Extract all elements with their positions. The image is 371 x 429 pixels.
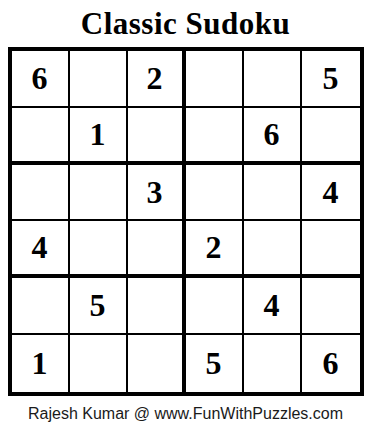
sudoku-cell-r3c4-empty[interactable] [186,165,244,222]
sudoku-cell-r4c5-empty[interactable] [244,221,302,278]
sudoku-cell-r1c4-empty[interactable] [186,51,244,108]
sudoku-cell-r4c3-empty[interactable] [128,221,186,278]
sudoku-cell-r5c1-empty[interactable] [12,278,70,335]
sudoku-cell-r1c1-given: 6 [12,51,70,108]
sudoku-cell-r4c6-empty[interactable] [302,221,360,278]
sudoku-cell-r6c5-empty[interactable] [244,335,302,392]
sudoku-cell-r2c2-given: 1 [70,108,128,165]
sudoku-board: 62516344254156 [8,47,364,396]
sudoku-cell-r3c6-given: 4 [302,165,360,222]
sudoku-cell-r3c3-given: 3 [128,165,186,222]
sudoku-cell-r3c1-empty[interactable] [12,165,70,222]
sudoku-cell-r6c4-given: 5 [186,335,244,392]
sudoku-cell-r3c2-empty[interactable] [70,165,128,222]
sudoku-cell-r5c5-given: 4 [244,278,302,335]
sudoku-cell-r4c4-given: 2 [186,221,244,278]
sudoku-cell-r4c2-empty[interactable] [70,221,128,278]
sudoku-cell-r6c1-given: 1 [12,335,70,392]
sudoku-cell-r2c3-empty[interactable] [128,108,186,165]
sudoku-cell-r1c2-empty[interactable] [70,51,128,108]
sudoku-cell-r1c6-given: 5 [302,51,360,108]
sudoku-cell-r5c3-empty[interactable] [128,278,186,335]
credit-caption: Rajesh Kumar @ www.FunWithPuzzles.com [0,405,371,423]
sudoku-cell-r2c4-empty[interactable] [186,108,244,165]
sudoku-cell-r5c6-empty[interactable] [302,278,360,335]
sudoku-cell-r3c5-empty[interactable] [244,165,302,222]
sudoku-puzzle-page: Classic Sudoku 62516344254156 Rajesh Kum… [0,0,371,429]
sudoku-cell-r6c6-given: 6 [302,335,360,392]
sudoku-cell-r5c4-empty[interactable] [186,278,244,335]
sudoku-cell-r2c5-given: 6 [244,108,302,165]
sudoku-cell-r2c1-empty[interactable] [12,108,70,165]
puzzle-title: Classic Sudoku [0,0,371,47]
sudoku-cell-r6c2-empty[interactable] [70,335,128,392]
sudoku-cell-r1c3-given: 2 [128,51,186,108]
sudoku-cell-r6c3-empty[interactable] [128,335,186,392]
sudoku-cell-r1c5-empty[interactable] [244,51,302,108]
sudoku-cell-r5c2-given: 5 [70,278,128,335]
sudoku-cell-r4c1-given: 4 [12,221,70,278]
sudoku-cell-r2c6-empty[interactable] [302,108,360,165]
